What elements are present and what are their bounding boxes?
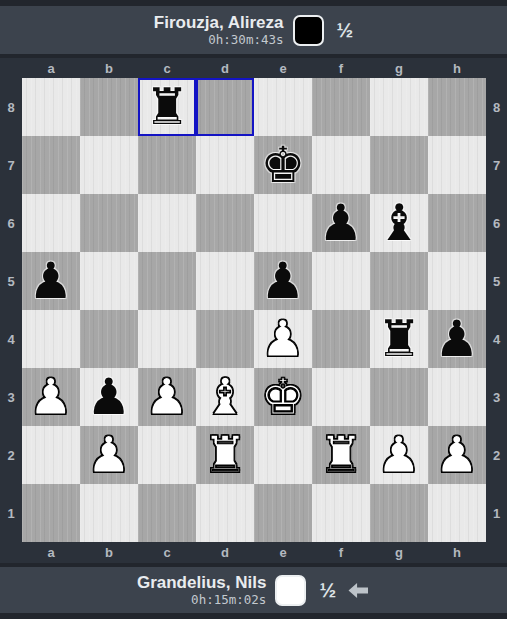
player-clock-bottom: 0h:15m:02s: [191, 593, 266, 607]
rank-label-left-2: 2: [0, 426, 22, 484]
square-e5[interactable]: ♟: [254, 252, 312, 310]
rank-label-right-7: 7: [486, 136, 507, 194]
square-c1[interactable]: [138, 484, 196, 542]
file-label-a: a: [22, 542, 80, 563]
rank-label-right-2: 2: [486, 426, 507, 484]
file-label-d: d: [196, 58, 254, 78]
square-g8[interactable]: [370, 78, 428, 136]
corner: [0, 58, 22, 78]
square-f3[interactable]: [312, 368, 370, 426]
square-h7[interactable]: [428, 136, 486, 194]
rank-label-left-8: 8: [0, 78, 22, 136]
piece-wP-a3: ♟: [29, 368, 74, 426]
file-label-d: d: [196, 542, 254, 563]
rank-label-right-6: 6: [486, 194, 507, 252]
bottom-edge-strip: [0, 613, 507, 619]
square-d8[interactable]: [196, 78, 254, 136]
piece-bK-e7: ♚: [261, 136, 306, 194]
square-f8[interactable]: [312, 78, 370, 136]
piece-wP-b2: ♟: [87, 426, 132, 484]
square-c8[interactable]: ♜: [138, 78, 196, 136]
square-e4[interactable]: ♟: [254, 310, 312, 368]
file-label-f: f: [312, 542, 370, 563]
piece-wP-e4: ♟: [261, 310, 306, 368]
square-b6[interactable]: [80, 194, 138, 252]
player-color-swatch-white: [275, 575, 306, 606]
square-c3[interactable]: ♟: [138, 368, 196, 426]
square-e8[interactable]: [254, 78, 312, 136]
rank-label-left-1: 1: [0, 484, 22, 542]
rank-label-left-7: 7: [0, 136, 22, 194]
square-d2[interactable]: ♜: [196, 426, 254, 484]
player-bar-bottom: Grandelius, Nils 0h:15m:02s ½: [0, 567, 507, 613]
player-score-bottom: ½: [319, 579, 336, 602]
square-b5[interactable]: [80, 252, 138, 310]
square-b2[interactable]: ♟: [80, 426, 138, 484]
to-move-arrow-icon: [347, 581, 370, 600]
rank-label-right-4: 4: [486, 310, 507, 368]
piece-bR-g4: ♜: [377, 310, 422, 368]
player-color-swatch-black: [293, 15, 324, 46]
square-g4[interactable]: ♜: [370, 310, 428, 368]
rank-label-left-4: 4: [0, 310, 22, 368]
files-row-top: abcdefgh: [0, 58, 507, 78]
square-e3[interactable]: ♚: [254, 368, 312, 426]
square-h2[interactable]: ♟: [428, 426, 486, 484]
piece-wP-h2: ♟: [435, 426, 480, 484]
square-g1[interactable]: [370, 484, 428, 542]
square-b4[interactable]: [80, 310, 138, 368]
piece-bB-g6: ♝: [377, 194, 422, 252]
piece-bP-e5: ♟: [261, 252, 306, 310]
file-label-g: g: [370, 542, 428, 563]
file-label-c: c: [138, 542, 196, 563]
piece-wK-e3: ♚: [261, 368, 306, 426]
corner: [486, 542, 507, 563]
square-c2[interactable]: [138, 426, 196, 484]
rank-label-right-5: 5: [486, 252, 507, 310]
piece-bP-f6: ♟: [319, 194, 364, 252]
file-label-c: c: [138, 58, 196, 78]
square-h8[interactable]: [428, 78, 486, 136]
square-c4[interactable]: [138, 310, 196, 368]
square-d3[interactable]: ♝: [196, 368, 254, 426]
player-name-bottom: Grandelius, Nils: [137, 573, 266, 593]
board-grid: 8♜87♚76♟♝65♟♟54♟♜♟43♟♟♟♝♚32♟♜♜♟♟211: [0, 78, 507, 542]
file-label-f: f: [312, 58, 370, 78]
rank-label-left-5: 5: [0, 252, 22, 310]
square-d7[interactable]: [196, 136, 254, 194]
files-row-bottom: abcdefgh: [0, 542, 507, 563]
piece-wP-c3: ♟: [145, 368, 190, 426]
file-label-b: b: [80, 542, 138, 563]
player-info-top: Firouzja, Alireza 0h:30m:43s: [154, 13, 284, 48]
file-label-g: g: [370, 58, 428, 78]
piece-bP-b3: ♟: [87, 368, 132, 426]
square-c5[interactable]: [138, 252, 196, 310]
piece-bP-a5: ♟: [29, 252, 74, 310]
square-a3[interactable]: ♟: [22, 368, 80, 426]
square-e7[interactable]: ♚: [254, 136, 312, 194]
square-e2[interactable]: [254, 426, 312, 484]
square-c7[interactable]: [138, 136, 196, 194]
square-h4[interactable]: ♟: [428, 310, 486, 368]
player-info-bottom: Grandelius, Nils 0h:15m:02s: [137, 573, 266, 608]
square-a6[interactable]: [22, 194, 80, 252]
square-f4[interactable]: [312, 310, 370, 368]
square-a1[interactable]: [22, 484, 80, 542]
square-g6[interactable]: ♝: [370, 194, 428, 252]
file-label-e: e: [254, 542, 312, 563]
rank-label-right-1: 1: [486, 484, 507, 542]
chess-board-area: abcdefgh 8♜87♚76♟♝65♟♟54♟♜♟43♟♟♟♝♚32♟♜♜♟…: [0, 58, 507, 563]
square-g2[interactable]: ♟: [370, 426, 428, 484]
corner: [0, 542, 22, 563]
square-f2[interactable]: ♜: [312, 426, 370, 484]
square-a5[interactable]: ♟: [22, 252, 80, 310]
piece-wB-d3: ♝: [203, 368, 248, 426]
file-label-a: a: [22, 58, 80, 78]
player-clock-top: 0h:30m:43s: [208, 33, 283, 47]
square-d5[interactable]: [196, 252, 254, 310]
square-h6[interactable]: [428, 194, 486, 252]
square-a7[interactable]: [22, 136, 80, 194]
square-c6[interactable]: [138, 194, 196, 252]
square-e6[interactable]: [254, 194, 312, 252]
square-g5[interactable]: [370, 252, 428, 310]
rank-label-left-3: 3: [0, 368, 22, 426]
file-label-h: h: [428, 58, 486, 78]
square-f6[interactable]: ♟: [312, 194, 370, 252]
player-bar-top: Firouzja, Alireza 0h:30m:43s ½: [0, 6, 507, 54]
piece-bP-h4: ♟: [435, 310, 480, 368]
square-f7[interactable]: [312, 136, 370, 194]
player-name-top: Firouzja, Alireza: [154, 13, 284, 33]
player-score-top: ½: [337, 19, 354, 42]
piece-wR-f2: ♜: [319, 426, 364, 484]
square-h3[interactable]: [428, 368, 486, 426]
rank-label-right-3: 3: [486, 368, 507, 426]
square-h5[interactable]: [428, 252, 486, 310]
square-a2[interactable]: [22, 426, 80, 484]
square-d4[interactable]: [196, 310, 254, 368]
square-b8[interactable]: [80, 78, 138, 136]
square-f1[interactable]: [312, 484, 370, 542]
square-b1[interactable]: [80, 484, 138, 542]
square-b7[interactable]: [80, 136, 138, 194]
square-d6[interactable]: [196, 194, 254, 252]
file-label-b: b: [80, 58, 138, 78]
square-e1[interactable]: [254, 484, 312, 542]
square-f5[interactable]: [312, 252, 370, 310]
piece-wR-d2: ♜: [203, 426, 248, 484]
piece-wP-g2: ♟: [377, 426, 422, 484]
rank-label-right-8: 8: [486, 78, 507, 136]
square-g3[interactable]: [370, 368, 428, 426]
square-g7[interactable]: [370, 136, 428, 194]
square-a8[interactable]: [22, 78, 80, 136]
rank-label-left-6: 6: [0, 194, 22, 252]
square-b3[interactable]: ♟: [80, 368, 138, 426]
file-label-e: e: [254, 58, 312, 78]
square-h1[interactable]: [428, 484, 486, 542]
corner: [486, 58, 507, 78]
piece-bR-c8: ♜: [145, 78, 190, 136]
file-label-h: h: [428, 542, 486, 563]
square-a4[interactable]: [22, 310, 80, 368]
square-d1[interactable]: [196, 484, 254, 542]
